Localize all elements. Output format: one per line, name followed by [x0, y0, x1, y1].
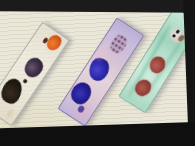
orange-stain — [44, 33, 64, 54]
speckled-smudge — [108, 32, 130, 56]
photo — [0, 0, 195, 146]
specimen-dot-left — [172, 34, 176, 38]
tan-smudge — [3, 106, 16, 121]
frame-top-edge — [0, 0, 195, 13]
black-stain-speck — [22, 78, 28, 84]
specimen-dot-right — [175, 29, 180, 34]
pink-wash-bottom — [74, 102, 92, 122]
purple-stain — [21, 55, 47, 81]
